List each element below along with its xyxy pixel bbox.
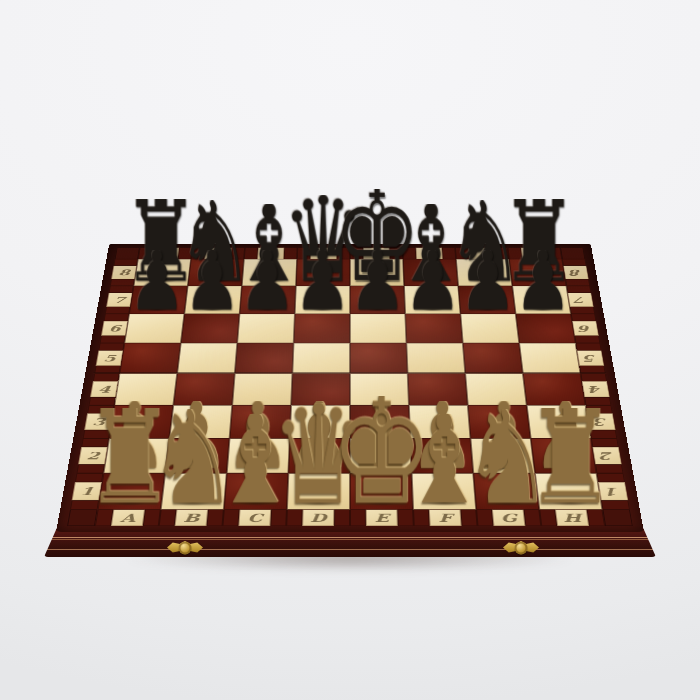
squares-grid: ♜♞♝♛♚♝♞♜♟♟♟♟♟♟♟♟♟♟♟♟♟♟♟♟♜♞♝♛♚♝♞♜: [98, 259, 603, 509]
border-band-bottom-A: A: [95, 510, 161, 526]
square-a6: [124, 314, 184, 343]
coordinate-label-right-5: 5: [584, 354, 597, 363]
black-pawn-e7: ♟: [349, 250, 407, 312]
border-band-right-5: 5: [576, 343, 606, 373]
coordinate-label-bottom-F: F: [438, 512, 452, 523]
coordinate-label-right-3: 3: [594, 417, 608, 427]
square-b5: [177, 343, 237, 373]
square-h7: ♟: [512, 286, 571, 314]
gold-rook-a1: ♜: [83, 408, 175, 507]
square-a5: [120, 343, 181, 373]
black-pawn-h7: ♟: [514, 250, 572, 312]
border-band-bottom-E: E: [350, 510, 414, 526]
black-pawn-c7: ♟: [238, 250, 296, 312]
coordinate-label-left-7: 7: [113, 296, 126, 304]
coordinate-strip-bottom: ABCDEFGH: [95, 510, 605, 526]
square-f1: ♝: [412, 473, 477, 509]
square-b7: ♟: [184, 286, 241, 314]
square-d6: [294, 314, 350, 343]
gold-bishop-f1: ♝: [401, 414, 488, 507]
square-d7: ♟: [295, 286, 350, 314]
frame-corner: [602, 510, 633, 526]
border-band-bottom-F: F: [413, 510, 477, 526]
coordinate-label-right-8: 8: [570, 268, 582, 276]
square-g6: [460, 314, 519, 343]
square-c5: [235, 343, 294, 373]
square-b6: [181, 314, 240, 343]
coordinate-label-right-7: 7: [574, 296, 587, 304]
square-e6: [350, 314, 406, 343]
coordinate-label-right-1: 1: [606, 486, 621, 497]
border-band-bottom-B: B: [159, 510, 224, 526]
border-band-bottom-D: D: [286, 510, 350, 526]
frame-corner: [67, 510, 98, 526]
black-pawn-b7: ♟: [183, 250, 241, 312]
border-band-bottom-H: H: [539, 510, 605, 526]
square-a1: ♜: [98, 473, 165, 509]
coordinate-label-left-6: 6: [108, 324, 121, 333]
brass-clasp-icon: [166, 538, 204, 557]
chess-set-photo: ABCDEFGH8765432187654321♜♞♝♛♚♝♞♜♟♟♟♟♟♟♟♟…: [0, 0, 700, 700]
board-perspective-scene: ABCDEFGH8765432187654321♜♞♝♛♚♝♞♜♟♟♟♟♟♟♟♟…: [56, 0, 644, 532]
coordinate-label-bottom-A: A: [120, 512, 136, 523]
coordinate-label-right-2: 2: [600, 450, 614, 460]
square-c1: ♝: [224, 473, 289, 509]
coordinate-label-left-5: 5: [103, 354, 116, 363]
coordinate-label-bottom-C: C: [247, 512, 263, 523]
coordinate-label-bottom-E: E: [374, 512, 389, 523]
square-a7: ♟: [129, 286, 188, 314]
brass-clasp-icon: [502, 538, 540, 557]
square-f7: ♟: [404, 286, 460, 314]
black-pawn-d7: ♟: [294, 250, 352, 312]
border-band-right-6: 6: [571, 314, 600, 343]
square-g5: [463, 343, 523, 373]
coordinate-label-bottom-B: B: [183, 512, 200, 523]
coordinate-label-bottom-H: H: [562, 512, 581, 523]
black-pawn-g7: ♟: [459, 250, 517, 312]
coordinate-label-bottom-D: D: [310, 512, 327, 523]
square-f6: [405, 314, 463, 343]
square-h6: [516, 314, 576, 343]
coordinate-label-right-4: 4: [589, 384, 603, 393]
coordinate-label-bottom-G: G: [500, 512, 517, 523]
square-g7: ♟: [458, 286, 515, 314]
square-h5: [519, 343, 580, 373]
square-e7: ♟: [350, 286, 405, 314]
square-c6: [237, 314, 295, 343]
gold-bishop-c1: ♝: [212, 414, 299, 507]
coordinate-label-right-6: 6: [579, 324, 592, 333]
board-frame: ABCDEFGH8765432187654321♜♞♝♛♚♝♞♜♟♟♟♟♟♟♟♟…: [56, 244, 644, 532]
black-pawn-a7: ♟: [128, 250, 186, 312]
square-h1: ♜: [535, 473, 602, 509]
black-pawn-f7: ♟: [404, 250, 462, 312]
square-c7: ♟: [240, 286, 296, 314]
border-band-bottom-G: G: [476, 510, 541, 526]
border-band-bottom-C: C: [222, 510, 286, 526]
chess-board: ABCDEFGH8765432187654321♜♞♝♛♚♝♞♜♟♟♟♟♟♟♟♟…: [56, 244, 644, 532]
